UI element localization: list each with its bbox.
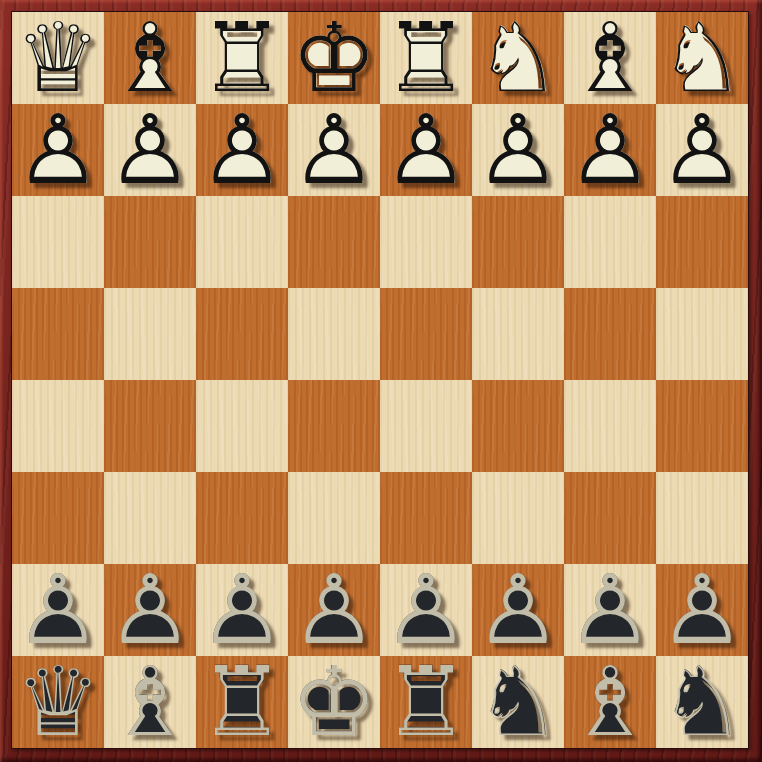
square-c5[interactable] [472,380,564,472]
black-knight-outline: ♘ [472,656,564,748]
black-knight-outline: ♘ [656,656,748,748]
black-pawn-outline: ♙ [656,564,748,656]
square-e6[interactable] [288,472,380,564]
black-bishop-outline: ♗ [564,656,656,748]
black-king-outline: ♔ [288,656,380,748]
white-bishop-glyph: ♝ [104,12,196,104]
square-h7[interactable]: ♟♙ [12,564,104,656]
square-h4[interactable] [12,288,104,380]
piece-white-knight[interactable]: ♞♘ [656,12,748,104]
white-pawn-outline: ♙ [380,104,472,196]
square-g2[interactable]: ♟♙ [104,104,196,196]
white-rook-glyph: ♜ [380,12,472,104]
piece-black-queen[interactable]: ♛♕ [12,656,104,748]
piece-white-king[interactable]: ♚♔ [288,12,380,104]
piece-white-bishop[interactable]: ♝♗ [104,12,196,104]
square-g5[interactable] [104,380,196,472]
square-f8[interactable]: ♜♖ [196,656,288,748]
square-c2[interactable]: ♟♙ [472,104,564,196]
square-e1[interactable]: ♚♔ [288,12,380,104]
black-pawn-outline: ♙ [104,564,196,656]
white-pawn-glyph: ♟ [564,104,656,196]
black-pawn-glyph: ♟ [12,564,104,656]
white-pawn-glyph: ♟ [12,104,104,196]
piece-black-pawn[interactable]: ♟♙ [472,564,564,656]
black-knight-glyph: ♞ [656,656,748,748]
square-e7[interactable]: ♟♙ [288,564,380,656]
black-pawn-glyph: ♟ [472,564,564,656]
black-queen-glyph: ♛ [12,656,104,748]
square-d6[interactable] [380,472,472,564]
piece-black-rook[interactable]: ♜♖ [196,656,288,748]
square-c4[interactable] [472,288,564,380]
square-c8[interactable]: ♞♘ [472,656,564,748]
black-queen-outline: ♕ [12,656,104,748]
white-pawn-outline: ♙ [288,104,380,196]
square-a3[interactable] [656,196,748,288]
square-d3[interactable] [380,196,472,288]
piece-white-pawn[interactable]: ♟♙ [564,104,656,196]
black-bishop-glyph: ♝ [104,656,196,748]
chess-board: ♛♕♝♗♜♖♚♔♜♖♞♘♝♗♞♘♟♙♟♙♟♙♟♙♟♙♟♙♟♙♟♙♟♙♟♙♟♙♟♙… [11,11,749,749]
black-pawn-glyph: ♟ [196,564,288,656]
black-king-glyph: ♚ [288,656,380,748]
square-f2[interactable]: ♟♙ [196,104,288,196]
square-h8[interactable]: ♛♕ [12,656,104,748]
piece-white-pawn[interactable]: ♟♙ [380,104,472,196]
white-pawn-glyph: ♟ [380,104,472,196]
black-bishop-glyph: ♝ [564,656,656,748]
square-a2[interactable]: ♟♙ [656,104,748,196]
square-f6[interactable] [196,472,288,564]
square-f3[interactable] [196,196,288,288]
square-e2[interactable]: ♟♙ [288,104,380,196]
square-c6[interactable] [472,472,564,564]
white-knight-outline: ♘ [472,12,564,104]
square-d8[interactable]: ♜♖ [380,656,472,748]
square-b6[interactable] [564,472,656,564]
piece-black-bishop[interactable]: ♝♗ [564,656,656,748]
black-pawn-glyph: ♟ [380,564,472,656]
square-a4[interactable] [656,288,748,380]
white-bishop-outline: ♗ [564,12,656,104]
piece-white-rook[interactable]: ♜♖ [196,12,288,104]
white-pawn-outline: ♙ [104,104,196,196]
white-knight-glyph: ♞ [472,12,564,104]
piece-black-pawn[interactable]: ♟♙ [196,564,288,656]
piece-white-pawn[interactable]: ♟♙ [472,104,564,196]
square-d7[interactable]: ♟♙ [380,564,472,656]
square-g1[interactable]: ♝♗ [104,12,196,104]
square-h1[interactable]: ♛♕ [12,12,104,104]
square-g3[interactable] [104,196,196,288]
square-b7[interactable]: ♟♙ [564,564,656,656]
piece-black-knight[interactable]: ♞♘ [656,656,748,748]
piece-black-pawn[interactable]: ♟♙ [12,564,104,656]
piece-black-pawn[interactable]: ♟♙ [564,564,656,656]
black-pawn-glyph: ♟ [564,564,656,656]
piece-white-pawn[interactable]: ♟♙ [12,104,104,196]
white-pawn-glyph: ♟ [472,104,564,196]
square-b5[interactable] [564,380,656,472]
square-e3[interactable] [288,196,380,288]
piece-black-knight[interactable]: ♞♘ [472,656,564,748]
black-rook-outline: ♖ [380,656,472,748]
black-pawn-outline: ♙ [12,564,104,656]
white-pawn-outline: ♙ [196,104,288,196]
white-pawn-glyph: ♟ [656,104,748,196]
white-knight-glyph: ♞ [656,12,748,104]
black-rook-glyph: ♜ [196,656,288,748]
square-e4[interactable] [288,288,380,380]
white-pawn-glyph: ♟ [288,104,380,196]
square-d5[interactable] [380,380,472,472]
square-g4[interactable] [104,288,196,380]
black-knight-glyph: ♞ [472,656,564,748]
black-pawn-outline: ♙ [380,564,472,656]
square-a5[interactable] [656,380,748,472]
piece-white-knight[interactable]: ♞♘ [472,12,564,104]
white-pawn-outline: ♙ [564,104,656,196]
square-b3[interactable] [564,196,656,288]
square-b8[interactable]: ♝♗ [564,656,656,748]
piece-black-pawn[interactable]: ♟♙ [380,564,472,656]
white-pawn-outline: ♙ [12,104,104,196]
piece-white-queen[interactable]: ♛♕ [12,12,104,104]
piece-white-pawn[interactable]: ♟♙ [288,104,380,196]
square-a8[interactable]: ♞♘ [656,656,748,748]
square-d1[interactable]: ♜♖ [380,12,472,104]
piece-white-pawn[interactable]: ♟♙ [196,104,288,196]
square-a6[interactable] [656,472,748,564]
white-rook-outline: ♖ [380,12,472,104]
square-h5[interactable] [12,380,104,472]
white-bishop-glyph: ♝ [564,12,656,104]
white-king-outline: ♔ [288,12,380,104]
white-rook-outline: ♖ [196,12,288,104]
square-c1[interactable]: ♞♘ [472,12,564,104]
square-f7[interactable]: ♟♙ [196,564,288,656]
black-bishop-outline: ♗ [104,656,196,748]
white-rook-glyph: ♜ [196,12,288,104]
white-queen-outline: ♕ [12,12,104,104]
piece-white-pawn[interactable]: ♟♙ [656,104,748,196]
white-pawn-outline: ♙ [472,104,564,196]
piece-black-bishop[interactable]: ♝♗ [104,656,196,748]
black-rook-glyph: ♜ [380,656,472,748]
square-d2[interactable]: ♟♙ [380,104,472,196]
square-f1[interactable]: ♜♖ [196,12,288,104]
square-g6[interactable] [104,472,196,564]
black-pawn-outline: ♙ [472,564,564,656]
piece-black-king[interactable]: ♚♔ [288,656,380,748]
piece-white-bishop[interactable]: ♝♗ [564,12,656,104]
square-g8[interactable]: ♝♗ [104,656,196,748]
square-d4[interactable] [380,288,472,380]
white-king-glyph: ♚ [288,12,380,104]
black-pawn-outline: ♙ [196,564,288,656]
black-pawn-outline: ♙ [288,564,380,656]
black-pawn-outline: ♙ [564,564,656,656]
board-frame: ♛♕♝♗♜♖♚♔♜♖♞♘♝♗♞♘♟♙♟♙♟♙♟♙♟♙♟♙♟♙♟♙♟♙♟♙♟♙♟♙… [0,0,762,762]
white-pawn-outline: ♙ [656,104,748,196]
black-pawn-glyph: ♟ [656,564,748,656]
white-pawn-glyph: ♟ [196,104,288,196]
black-pawn-glyph: ♟ [104,564,196,656]
piece-white-pawn[interactable]: ♟♙ [104,104,196,196]
black-pawn-glyph: ♟ [288,564,380,656]
square-g7[interactable]: ♟♙ [104,564,196,656]
square-c7[interactable]: ♟♙ [472,564,564,656]
square-b4[interactable] [564,288,656,380]
black-rook-outline: ♖ [196,656,288,748]
square-h2[interactable]: ♟♙ [12,104,104,196]
white-knight-outline: ♘ [656,12,748,104]
piece-black-pawn[interactable]: ♟♙ [656,564,748,656]
square-b1[interactable]: ♝♗ [564,12,656,104]
square-a1[interactable]: ♞♘ [656,12,748,104]
square-f4[interactable] [196,288,288,380]
white-queen-glyph: ♛ [12,12,104,104]
square-b2[interactable]: ♟♙ [564,104,656,196]
square-a7[interactable]: ♟♙ [656,564,748,656]
piece-black-rook[interactable]: ♜♖ [380,656,472,748]
piece-black-pawn[interactable]: ♟♙ [288,564,380,656]
piece-black-pawn[interactable]: ♟♙ [104,564,196,656]
square-e8[interactable]: ♚♔ [288,656,380,748]
piece-white-rook[interactable]: ♜♖ [380,12,472,104]
square-h6[interactable] [12,472,104,564]
square-h3[interactable] [12,196,104,288]
square-e5[interactable] [288,380,380,472]
white-pawn-glyph: ♟ [104,104,196,196]
white-bishop-outline: ♗ [104,12,196,104]
square-c3[interactable] [472,196,564,288]
square-f5[interactable] [196,380,288,472]
